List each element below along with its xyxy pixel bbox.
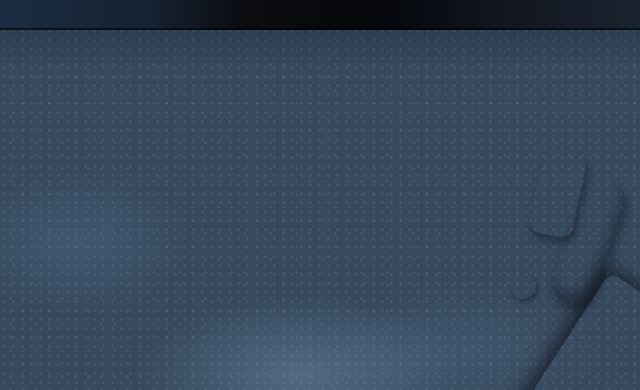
laptop-sticker (607, 294, 629, 315)
table-scene (0, 0, 640, 390)
scattered-pieces (0, 0, 640, 390)
blue-bottle-cap (510, 274, 536, 299)
